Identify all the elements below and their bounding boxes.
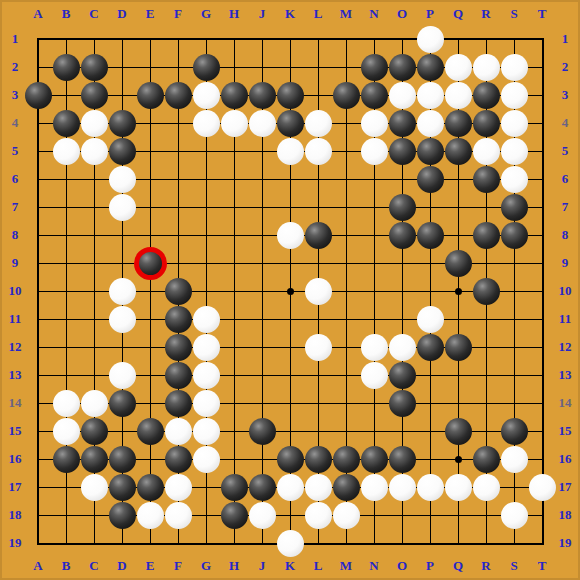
row-label-left: 5 [2,143,28,159]
go-board: AABBCCDDEEFFGGHHJJKKLLMMNNOOPPQQRRSSTT11… [0,0,580,580]
row-label-right: 4 [552,115,578,131]
column-label-bottom: T [529,558,555,574]
column-label-top: O [389,6,415,22]
column-label-bottom: E [137,558,163,574]
column-label-top: M [333,6,359,22]
row-label-right: 12 [552,339,578,355]
row-label-right: 3 [552,87,578,103]
column-label-bottom: D [109,558,135,574]
row-label-left: 16 [2,451,28,467]
row-label-left: 1 [2,31,28,47]
row-label-left: 19 [2,535,28,551]
row-label-right: 7 [552,199,578,215]
column-label-bottom: H [221,558,247,574]
column-label-top: P [417,6,443,22]
column-label-top: R [473,6,499,22]
column-label-top: T [529,6,555,22]
row-label-right: 10 [552,283,578,299]
row-label-right: 6 [552,171,578,187]
column-label-bottom: R [473,558,499,574]
column-label-top: D [109,6,135,22]
column-label-bottom: G [193,558,219,574]
row-label-left: 10 [2,283,28,299]
column-label-bottom: L [305,558,331,574]
row-label-left: 7 [2,199,28,215]
row-label-left: 17 [2,479,28,495]
column-label-bottom: B [53,558,79,574]
row-label-left: 9 [2,255,28,271]
row-label-left: 12 [2,339,28,355]
row-label-left: 6 [2,171,28,187]
column-label-bottom: M [333,558,359,574]
column-label-bottom: F [165,558,191,574]
row-label-left: 13 [2,367,28,383]
column-label-top: C [81,6,107,22]
column-label-top: L [305,6,331,22]
row-label-left: 2 [2,59,28,75]
column-label-top: E [137,6,163,22]
row-label-left: 4 [2,115,28,131]
column-label-top: B [53,6,79,22]
column-label-bottom: Q [445,558,471,574]
column-label-top: J [249,6,275,22]
last-move-marker [134,247,167,280]
column-label-bottom: C [81,558,107,574]
column-label-bottom: O [389,558,415,574]
row-label-right: 13 [552,367,578,383]
column-label-top: G [193,6,219,22]
row-label-left: 8 [2,227,28,243]
column-label-top: Q [445,6,471,22]
row-label-left: 15 [2,423,28,439]
row-label-left: 18 [2,507,28,523]
column-label-bottom: P [417,558,443,574]
row-label-right: 11 [552,311,578,327]
row-label-right: 2 [552,59,578,75]
row-label-right: 8 [552,227,578,243]
row-label-right: 15 [552,423,578,439]
column-label-bottom: A [25,558,51,574]
column-label-top: N [361,6,387,22]
row-label-left: 3 [2,87,28,103]
row-label-left: 11 [2,311,28,327]
coordinate-labels: AABBCCDDEEFFGGHHJJKKLLMMNNOOPPQQRRSSTT11… [0,0,580,580]
column-label-bottom: J [249,558,275,574]
row-label-right: 18 [552,507,578,523]
column-label-top: F [165,6,191,22]
row-label-right: 14 [552,395,578,411]
column-label-top: S [501,6,527,22]
column-label-bottom: N [361,558,387,574]
column-label-top: A [25,6,51,22]
row-label-left: 14 [2,395,28,411]
row-label-right: 1 [552,31,578,47]
row-label-right: 17 [552,479,578,495]
row-label-right: 5 [552,143,578,159]
column-label-bottom: K [277,558,303,574]
row-label-right: 9 [552,255,578,271]
column-label-top: H [221,6,247,22]
column-label-bottom: S [501,558,527,574]
row-label-right: 16 [552,451,578,467]
row-label-right: 19 [552,535,578,551]
column-label-top: K [277,6,303,22]
